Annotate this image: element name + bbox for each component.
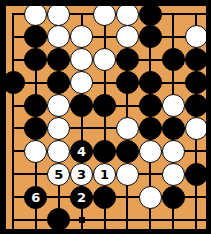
stone-white bbox=[162, 140, 185, 163]
go-diagram: 453162 bbox=[0, 0, 211, 234]
stone-white bbox=[139, 186, 162, 209]
stone-white bbox=[185, 25, 208, 48]
grid-line-vertical bbox=[12, 13, 14, 229]
stone-black bbox=[185, 94, 208, 117]
stone-black bbox=[162, 117, 185, 140]
stone-black bbox=[93, 140, 116, 163]
stone-white bbox=[47, 25, 70, 48]
stone-white bbox=[185, 117, 208, 140]
stone-white bbox=[47, 94, 70, 117]
stone-white bbox=[70, 25, 93, 48]
stone-black bbox=[93, 94, 116, 117]
stone-white-move-1: 1 bbox=[93, 163, 116, 186]
grid-line-horizontal bbox=[12, 219, 206, 221]
stone-white bbox=[116, 163, 139, 186]
stone-black bbox=[139, 117, 162, 140]
stone-black bbox=[139, 25, 162, 48]
stone-white-move-5: 5 bbox=[47, 163, 70, 186]
grid-line-horizontal bbox=[12, 82, 206, 84]
stone-black bbox=[185, 71, 208, 94]
stone-black bbox=[139, 71, 162, 94]
star-point bbox=[79, 217, 85, 223]
stone-black bbox=[24, 94, 47, 117]
stone-black bbox=[70, 94, 93, 117]
stone-white bbox=[139, 140, 162, 163]
stone-black bbox=[47, 208, 70, 231]
stone-white bbox=[93, 48, 116, 71]
frame-left bbox=[0, 0, 6, 234]
stone-white bbox=[47, 140, 70, 163]
stone-white bbox=[162, 163, 185, 186]
stone-white bbox=[162, 94, 185, 117]
stone-black bbox=[116, 48, 139, 71]
frame-bottom bbox=[0, 229, 211, 234]
stone-black bbox=[93, 186, 116, 209]
stone-black bbox=[185, 48, 208, 71]
stone-black bbox=[47, 48, 70, 71]
stone-black bbox=[116, 140, 139, 163]
stone-black bbox=[116, 71, 139, 94]
stone-black bbox=[24, 117, 47, 140]
frame-top bbox=[0, 0, 211, 6]
go-board: 453162 bbox=[0, 0, 211, 234]
stone-black bbox=[24, 48, 47, 71]
stone-white bbox=[70, 71, 93, 94]
stone-black bbox=[162, 186, 185, 209]
frame-right bbox=[206, 0, 211, 234]
stone-white bbox=[70, 48, 93, 71]
stone-black-move-6: 6 bbox=[24, 186, 47, 209]
stone-black bbox=[162, 48, 185, 71]
stone-black bbox=[24, 25, 47, 48]
stone-black-move-2: 2 bbox=[70, 186, 93, 209]
stone-white bbox=[24, 140, 47, 163]
stone-white bbox=[116, 117, 139, 140]
stone-black bbox=[139, 94, 162, 117]
stone-white-move-3: 3 bbox=[70, 163, 93, 186]
stone-white bbox=[116, 25, 139, 48]
stone-black-move-4: 4 bbox=[70, 140, 93, 163]
stone-black bbox=[185, 163, 208, 186]
stone-white bbox=[47, 117, 70, 140]
stone-black bbox=[47, 71, 70, 94]
